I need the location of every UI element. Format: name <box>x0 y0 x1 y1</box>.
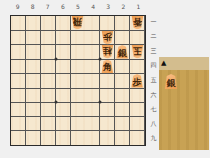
board-cell-3-8[interactable] <box>100 117 115 131</box>
board-cell-6-9[interactable] <box>56 131 71 145</box>
board-cell-6-5[interactable] <box>56 74 71 89</box>
file-label: 6 <box>55 2 70 12</box>
file-label: 4 <box>86 2 101 12</box>
piece-sente-歩[interactable]: 歩 <box>131 74 144 88</box>
file-label: 5 <box>70 2 85 12</box>
board-cell-3-9[interactable] <box>100 131 115 145</box>
board-cell-2-8[interactable] <box>115 117 130 131</box>
board-cell-7-4[interactable] <box>41 60 56 75</box>
board-cell-1-1[interactable]: 香 <box>130 16 145 31</box>
file-label: 2 <box>116 2 131 12</box>
board-cell-6-8[interactable] <box>56 117 71 131</box>
board-cell-6-7[interactable] <box>56 103 71 117</box>
rank-label: 三 <box>149 44 158 59</box>
board-cell-2-9[interactable] <box>115 131 130 145</box>
board-cell-7-2[interactable] <box>41 31 56 46</box>
board-cell-5-4[interactable] <box>71 60 86 75</box>
board-cell-8-6[interactable] <box>26 89 41 103</box>
rank-label: 一 <box>149 15 158 30</box>
board-cell-4-8[interactable] <box>85 117 100 131</box>
board-cell-9-9[interactable] <box>11 131 26 145</box>
board-cell-4-4[interactable] <box>85 60 100 75</box>
board-cell-4-5[interactable] <box>85 74 100 89</box>
board-cell-7-7[interactable] <box>41 103 56 117</box>
board-cell-5-7[interactable] <box>71 103 86 117</box>
board-cell-8-1[interactable] <box>26 16 41 31</box>
board-cell-6-2[interactable] <box>56 31 71 46</box>
hand-piece-銀[interactable]: 銀 <box>164 74 178 89</box>
piece-gote-飛[interactable]: 飛 <box>71 16 84 30</box>
board-cell-5-5[interactable] <box>71 74 86 89</box>
komadai-hand-area: 銀 <box>159 70 209 150</box>
hoshi-dot <box>54 100 57 103</box>
board-cell-5-8[interactable] <box>71 117 86 131</box>
piece-gote-玉[interactable]: 玉 <box>131 45 144 59</box>
board-cell-2-2[interactable] <box>115 31 130 46</box>
board-cell-8-2[interactable] <box>26 31 41 46</box>
board-cell-9-2[interactable] <box>11 31 26 46</box>
hoshi-dot <box>54 57 57 60</box>
file-label: 8 <box>25 2 40 12</box>
board-cell-5-2[interactable] <box>71 31 86 46</box>
board-cell-1-5[interactable]: 歩 <box>130 74 145 89</box>
board-cell-1-7[interactable] <box>130 103 145 117</box>
board-cell-2-7[interactable] <box>115 103 130 117</box>
komadai: ▲ 銀 <box>159 57 209 150</box>
rank-label: 九 <box>149 131 158 146</box>
rank-label: 四 <box>149 59 158 74</box>
shogi-board: 飛香歩桂銀玉角歩 <box>10 15 146 146</box>
board-cell-4-1[interactable] <box>85 16 100 31</box>
board-cell-9-8[interactable] <box>11 117 26 131</box>
board-cell-3-1[interactable] <box>100 16 115 31</box>
board-cell-5-9[interactable] <box>71 131 86 145</box>
piece-gote-桂[interactable]: 桂 <box>101 45 114 59</box>
board-cell-8-8[interactable] <box>26 117 41 131</box>
board-cell-8-7[interactable] <box>26 103 41 117</box>
file-label: 7 <box>40 2 55 12</box>
board-cell-3-5[interactable] <box>100 74 115 89</box>
board-cell-8-3[interactable] <box>26 45 41 60</box>
rank-labels: 一二三四五六七八九 <box>149 15 158 146</box>
piece-sente-銀[interactable]: 銀 <box>116 45 129 59</box>
rank-label: 二 <box>149 30 158 45</box>
board-cell-1-3[interactable]: 玉 <box>130 45 145 60</box>
board-cell-5-3[interactable] <box>71 45 86 60</box>
file-labels: 987654321 <box>10 2 146 12</box>
board-cell-4-9[interactable] <box>85 131 100 145</box>
piece-gote-香[interactable]: 香 <box>131 16 144 30</box>
board-cell-8-4[interactable] <box>26 60 41 75</box>
board-cell-2-6[interactable] <box>115 89 130 103</box>
file-label: 3 <box>101 2 116 12</box>
board-cell-7-5[interactable] <box>41 74 56 89</box>
file-label: 1 <box>131 2 146 12</box>
rank-label: 六 <box>149 88 158 103</box>
board-cell-2-3[interactable]: 銀 <box>115 45 130 60</box>
board-cell-9-1[interactable] <box>11 16 26 31</box>
board-cell-6-4[interactable] <box>56 60 71 75</box>
file-label: 9 <box>10 2 25 12</box>
rank-label: 五 <box>149 73 158 88</box>
board-cell-9-3[interactable] <box>11 45 26 60</box>
board-cell-3-2[interactable]: 歩 <box>100 31 115 46</box>
board-cell-2-4[interactable] <box>115 60 130 75</box>
board-cell-2-5[interactable] <box>115 74 130 89</box>
board-cell-7-1[interactable] <box>41 16 56 31</box>
board-cell-7-9[interactable] <box>41 131 56 145</box>
board-cell-1-4[interactable] <box>130 60 145 75</box>
board-cell-8-9[interactable] <box>26 131 41 145</box>
board-cell-6-6[interactable] <box>56 89 71 103</box>
board-cell-3-7[interactable] <box>100 103 115 117</box>
board-cell-9-6[interactable] <box>11 89 26 103</box>
board-cell-4-7[interactable] <box>85 103 100 117</box>
rank-label: 七 <box>149 102 158 117</box>
board-cell-5-1[interactable]: 飛 <box>71 16 86 31</box>
board-cell-1-8[interactable] <box>130 117 145 131</box>
hoshi-dot <box>99 57 102 60</box>
board-cell-2-1[interactable] <box>115 16 130 31</box>
board-cell-3-6[interactable] <box>100 89 115 103</box>
board-cell-4-2[interactable] <box>85 31 100 46</box>
sente-turn-marker: ▲ <box>161 57 166 70</box>
rank-label: 八 <box>149 117 158 132</box>
piece-sente-角[interactable]: 角 <box>101 60 114 74</box>
board-cell-5-6[interactable] <box>71 89 86 103</box>
board-cell-3-3[interactable]: 桂 <box>100 45 115 60</box>
board-cell-6-3[interactable] <box>56 45 71 60</box>
board-cell-9-7[interactable] <box>11 103 26 117</box>
board-cell-1-9[interactable] <box>130 131 145 145</box>
board-cell-7-8[interactable] <box>41 117 56 131</box>
board-cell-3-4[interactable]: 角 <box>100 60 115 75</box>
board-cell-9-5[interactable] <box>11 74 26 89</box>
board-cell-1-2[interactable] <box>130 31 145 46</box>
board-cell-1-6[interactable] <box>130 89 145 103</box>
hoshi-dot <box>99 100 102 103</box>
board-cell-9-4[interactable] <box>11 60 26 75</box>
board-cell-8-5[interactable] <box>26 74 41 89</box>
komadai-header: ▲ <box>159 57 209 70</box>
piece-gote-歩[interactable]: 歩 <box>101 31 114 45</box>
board-cell-6-1[interactable] <box>56 16 71 31</box>
